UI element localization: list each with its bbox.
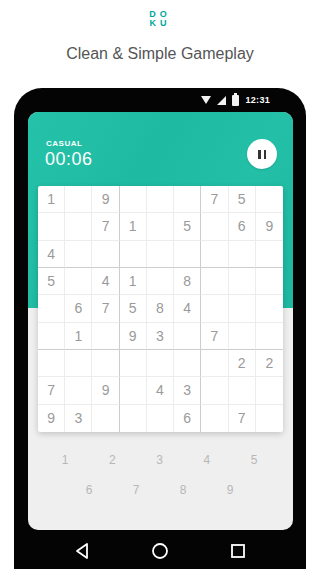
- sudoku-cell-r6c4[interactable]: 9: [120, 323, 147, 350]
- sudoku-cell-r7c4[interactable]: [120, 350, 147, 377]
- sudoku-cell-r3c4[interactable]: [120, 241, 147, 268]
- sudoku-cell-r8c4[interactable]: [120, 377, 147, 404]
- sudoku-cell-r3c7[interactable]: [201, 241, 228, 268]
- sudoku-cell-r4c7[interactable]: [201, 268, 228, 295]
- sudoku-cell-r9c3[interactable]: [92, 405, 119, 432]
- sudoku-cell-r9c5[interactable]: [147, 405, 174, 432]
- tagline: Clean & Simple Gameplay: [0, 45, 320, 63]
- sudoku-cell-r2c4[interactable]: 1: [120, 213, 147, 240]
- app-logo: DO KU: [0, 10, 320, 28]
- sudoku-cell-r1c9[interactable]: [256, 186, 283, 213]
- sudoku-cell-r8c6[interactable]: 3: [174, 377, 201, 404]
- sudoku-cell-r9c2[interactable]: 3: [65, 405, 92, 432]
- sudoku-cell-r9c6[interactable]: 6: [174, 405, 201, 432]
- app-screen: CASUAL 00:06 197571569454186758419372279…: [28, 112, 293, 530]
- sudoku-cell-r2c1[interactable]: [38, 213, 65, 240]
- numpad-row-2: 6789: [82, 483, 237, 497]
- numpad-key-2[interactable]: 2: [105, 453, 119, 467]
- sudoku-cell-r4c6[interactable]: 8: [174, 268, 201, 295]
- sudoku-cell-r3c5[interactable]: [147, 241, 174, 268]
- back-button[interactable]: [74, 542, 90, 560]
- sudoku-cell-r4c3[interactable]: 4: [92, 268, 119, 295]
- sudoku-cell-r7c1[interactable]: [38, 350, 65, 377]
- sudoku-cell-r2c9[interactable]: 9: [256, 213, 283, 240]
- sudoku-cell-r3c3[interactable]: [92, 241, 119, 268]
- phone-mockup: 12:31 CASUAL 00:06 197571569454186758419…: [14, 88, 306, 569]
- sudoku-cell-r8c1[interactable]: 7: [38, 377, 65, 404]
- sudoku-cell-r3c9[interactable]: [256, 241, 283, 268]
- sudoku-cell-r6c9[interactable]: [256, 323, 283, 350]
- signal-icon: [217, 96, 226, 105]
- sudoku-cell-r6c5[interactable]: 3: [147, 323, 174, 350]
- sudoku-cell-r9c1[interactable]: 9: [38, 405, 65, 432]
- numpad-key-4[interactable]: 4: [200, 453, 214, 467]
- sudoku-cell-r6c7[interactable]: 7: [201, 323, 228, 350]
- sudoku-cell-r4c1[interactable]: 5: [38, 268, 65, 295]
- sudoku-cell-r7c8[interactable]: 2: [229, 350, 256, 377]
- sudoku-cell-r9c8[interactable]: 7: [229, 405, 256, 432]
- sudoku-cell-r7c5[interactable]: [147, 350, 174, 377]
- sudoku-grid: 197571569454186758419372279439367: [38, 186, 283, 432]
- sudoku-cell-r5c3[interactable]: 7: [92, 295, 119, 322]
- sudoku-cell-r5c7[interactable]: [201, 295, 228, 322]
- sudoku-cell-r4c9[interactable]: [256, 268, 283, 295]
- sudoku-cell-r8c8[interactable]: [229, 377, 256, 404]
- sudoku-cell-r6c6[interactable]: [174, 323, 201, 350]
- difficulty-label: CASUAL: [46, 139, 82, 148]
- numpad-key-6[interactable]: 6: [82, 483, 96, 497]
- numpad-key-5[interactable]: 5: [247, 453, 261, 467]
- sudoku-cell-r7c9[interactable]: 2: [256, 350, 283, 377]
- status-time: 12:31: [245, 95, 270, 105]
- wifi-icon: [201, 96, 211, 104]
- status-bar: 12:31: [14, 88, 306, 112]
- sudoku-cell-r9c4[interactable]: [120, 405, 147, 432]
- numpad-key-8[interactable]: 8: [176, 483, 190, 497]
- game-timer: 00:06: [45, 149, 93, 170]
- numpad-key-7[interactable]: 7: [129, 483, 143, 497]
- sudoku-cell-r6c8[interactable]: [229, 323, 256, 350]
- home-button[interactable]: [151, 542, 169, 560]
- sudoku-cell-r5c4[interactable]: 5: [120, 295, 147, 322]
- sudoku-cell-r2c2[interactable]: [65, 213, 92, 240]
- numpad-key-3[interactable]: 3: [153, 453, 167, 467]
- sudoku-cell-r5c9[interactable]: [256, 295, 283, 322]
- sudoku-cell-r5c2[interactable]: 6: [65, 295, 92, 322]
- sudoku-cell-r1c2[interactable]: [65, 186, 92, 213]
- sudoku-cell-r1c6[interactable]: [174, 186, 201, 213]
- numpad-row-1: 12345: [58, 453, 261, 467]
- sudoku-cell-r8c9[interactable]: [256, 377, 283, 404]
- numpad-key-9[interactable]: 9: [223, 483, 237, 497]
- pause-button[interactable]: [247, 139, 277, 169]
- sudoku-cell-r1c8[interactable]: 5: [229, 186, 256, 213]
- sudoku-cell-r3c1[interactable]: 4: [38, 241, 65, 268]
- sudoku-cell-r1c7[interactable]: 7: [201, 186, 228, 213]
- sudoku-cell-r5c8[interactable]: [229, 295, 256, 322]
- sudoku-cell-r7c3[interactable]: [92, 350, 119, 377]
- sudoku-cell-r6c1[interactable]: [38, 323, 65, 350]
- pause-icon: [264, 150, 267, 159]
- sudoku-cell-r1c3[interactable]: 9: [92, 186, 119, 213]
- sudoku-cell-r8c7[interactable]: [201, 377, 228, 404]
- sudoku-cell-r2c6[interactable]: 5: [174, 213, 201, 240]
- sudoku-cell-r1c4[interactable]: [120, 186, 147, 213]
- sudoku-cell-r5c5[interactable]: 8: [147, 295, 174, 322]
- sudoku-cell-r2c8[interactable]: 6: [229, 213, 256, 240]
- sudoku-cell-r4c5[interactable]: [147, 268, 174, 295]
- logo-line2: KU: [0, 19, 320, 28]
- sudoku-cell-r8c5[interactable]: 4: [147, 377, 174, 404]
- sudoku-cell-r4c2[interactable]: [65, 268, 92, 295]
- sudoku-cell-r3c8[interactable]: [229, 241, 256, 268]
- sudoku-cell-r9c7[interactable]: [201, 405, 228, 432]
- sudoku-cell-r7c2[interactable]: [65, 350, 92, 377]
- sudoku-cell-r3c6[interactable]: [174, 241, 201, 268]
- sudoku-cell-r5c6[interactable]: 4: [174, 295, 201, 322]
- sudoku-cell-r4c8[interactable]: [229, 268, 256, 295]
- android-nav-bar: [14, 539, 306, 563]
- sudoku-cell-r6c3[interactable]: [92, 323, 119, 350]
- sudoku-cell-r1c5[interactable]: [147, 186, 174, 213]
- sudoku-cell-r3c2[interactable]: [65, 241, 92, 268]
- sudoku-cell-r2c7[interactable]: [201, 213, 228, 240]
- numpad-key-1[interactable]: 1: [58, 453, 72, 467]
- recents-button[interactable]: [230, 543, 246, 559]
- sudoku-cell-r1c1[interactable]: 1: [38, 186, 65, 213]
- sudoku-cell-r2c3[interactable]: 7: [92, 213, 119, 240]
- sudoku-cell-r2c5[interactable]: [147, 213, 174, 240]
- sudoku-cell-r8c2[interactable]: [65, 377, 92, 404]
- sudoku-cell-r7c7[interactable]: [201, 350, 228, 377]
- promo-page: DO KU Clean & Simple Gameplay 12:31 CASU…: [0, 0, 320, 569]
- sudoku-cell-r4c4[interactable]: 1: [120, 268, 147, 295]
- sudoku-cell-r8c3[interactable]: 9: [92, 377, 119, 404]
- sudoku-cell-r5c1[interactable]: [38, 295, 65, 322]
- sudoku-cell-r6c2[interactable]: 1: [65, 323, 92, 350]
- sudoku-cell-r7c6[interactable]: [174, 350, 201, 377]
- pause-icon: [258, 150, 261, 159]
- battery-icon: [232, 95, 239, 106]
